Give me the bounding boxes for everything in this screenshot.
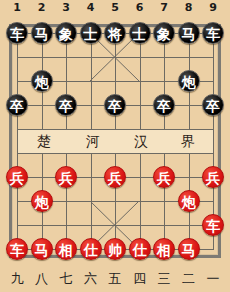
piece-black-soldier-4[interactable]: 卒 [153, 94, 175, 116]
piece-black-horse-left[interactable]: 马 [31, 22, 53, 44]
piece-red-general[interactable]: 帅 [104, 238, 126, 260]
file-label-top-6: 6 [136, 1, 144, 14]
file-label-top-4: 4 [87, 1, 95, 14]
board-lattice[interactable]: 楚河汉界 [17, 33, 213, 249]
piece-black-soldier-2[interactable]: 卒 [55, 94, 77, 116]
piece-black-soldier-1[interactable]: 卒 [6, 94, 28, 116]
piece-black-elephant-left[interactable]: 象 [55, 22, 77, 44]
board-cell[interactable] [116, 202, 141, 226]
piece-red-elephant-left[interactable]: 相 [55, 238, 77, 260]
board-cell[interactable] [67, 202, 92, 226]
piece-red-cannon-left[interactable]: 炮 [31, 190, 53, 212]
file-label-top-1: 1 [13, 1, 21, 14]
piece-black-chariot-left[interactable]: 车 [6, 22, 28, 44]
file-label-top-9: 9 [209, 1, 217, 14]
piece-black-soldier-5[interactable]: 卒 [202, 94, 224, 116]
piece-red-soldier-3[interactable]: 兵 [104, 166, 126, 188]
river-text: 河 [86, 133, 100, 151]
piece-black-soldier-3[interactable]: 卒 [104, 94, 126, 116]
file-label-top-2: 2 [38, 1, 46, 14]
piece-black-cannon-left[interactable]: 炮 [31, 70, 53, 92]
piece-red-horse-right[interactable]: 马 [178, 238, 200, 260]
piece-red-horse-left[interactable]: 马 [31, 238, 53, 260]
board-cell[interactable] [141, 58, 166, 82]
river-text: 楚 [37, 133, 51, 151]
piece-red-elephant-right[interactable]: 相 [153, 238, 175, 260]
file-label-bottom-3: 七 [60, 270, 73, 288]
river-text: 界 [181, 133, 195, 151]
board-cell[interactable] [92, 58, 117, 82]
piece-black-general[interactable]: 将 [104, 22, 126, 44]
piece-black-advisor-right[interactable]: 士 [129, 22, 151, 44]
file-label-bottom-4: 六 [84, 270, 97, 288]
file-label-bottom-9: 一 [207, 270, 220, 288]
file-label-bottom-2: 八 [35, 270, 48, 288]
file-label-top-3: 3 [62, 1, 70, 14]
piece-red-soldier-5[interactable]: 兵 [202, 166, 224, 188]
board-cell[interactable] [141, 202, 166, 226]
piece-red-soldier-4[interactable]: 兵 [153, 166, 175, 188]
piece-red-soldier-2[interactable]: 兵 [55, 166, 77, 188]
board-cell[interactable] [92, 202, 117, 226]
piece-black-chariot-right[interactable]: 车 [202, 22, 224, 44]
file-label-bottom-6: 四 [133, 270, 146, 288]
piece-black-advisor-left[interactable]: 士 [80, 22, 102, 44]
piece-red-chariot-right[interactable]: 车 [202, 214, 224, 236]
piece-black-elephant-right[interactable]: 象 [153, 22, 175, 44]
piece-red-cannon-right[interactable]: 炮 [178, 190, 200, 212]
board-cell[interactable] [116, 58, 141, 82]
board-cell[interactable] [67, 58, 92, 82]
river-text: 汉 [134, 133, 148, 151]
piece-red-soldier-1[interactable]: 兵 [6, 166, 28, 188]
piece-red-advisor-right[interactable]: 仕 [129, 238, 151, 260]
file-label-bottom-8: 二 [182, 270, 195, 288]
file-label-top-8: 8 [185, 1, 193, 14]
file-label-top-7: 7 [160, 1, 168, 14]
river-band: 楚河汉界 [18, 130, 214, 154]
file-label-bottom-7: 三 [158, 270, 171, 288]
piece-black-horse-right[interactable]: 马 [178, 22, 200, 44]
piece-red-advisor-left[interactable]: 仕 [80, 238, 102, 260]
file-label-top-5: 5 [111, 1, 119, 14]
file-label-bottom-5: 五 [109, 270, 122, 288]
xiangqi-board[interactable]: 楚河汉界 123456789九八七六五四三二一 车马象士将士象马车炮炮卒卒卒卒卒… [0, 0, 230, 292]
piece-black-cannon-right[interactable]: 炮 [178, 70, 200, 92]
piece-red-chariot-left[interactable]: 车 [6, 238, 28, 260]
file-label-bottom-1: 九 [11, 270, 24, 288]
